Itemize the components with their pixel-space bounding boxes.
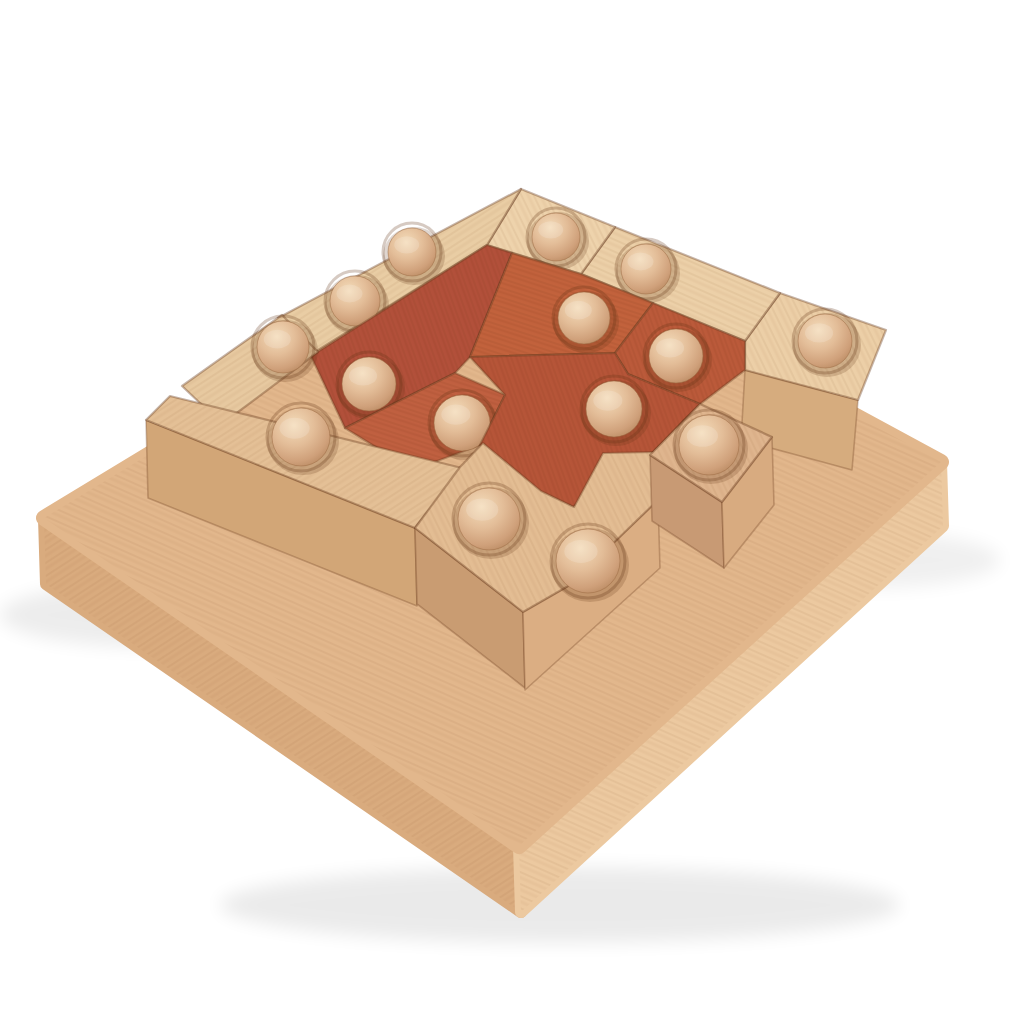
puzzle-board-photo — [0, 0, 1024, 1024]
scene-root — [0, 189, 1000, 943]
wooden-peg — [383, 223, 445, 285]
product-photo — [0, 0, 1024, 1024]
